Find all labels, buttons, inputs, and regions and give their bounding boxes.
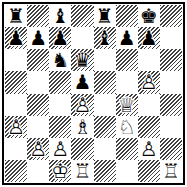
square-a8[interactable]: ♜ (5, 5, 27, 27)
piece-black-rook: ♜ (5, 5, 27, 27)
piece-white-rook: ♖ (71, 160, 93, 182)
square-b6[interactable] (27, 49, 49, 71)
piece-white-queen-fill: ♛ (116, 94, 138, 116)
square-h7[interactable] (160, 27, 182, 49)
piece-black-knight: ♞ (49, 49, 71, 71)
square-b7[interactable]: ♟ (27, 27, 49, 49)
piece-black-pawn: ♟ (138, 27, 160, 49)
piece-black-bishop: ♝ (94, 27, 116, 49)
square-f3[interactable]: ♞♘ (116, 116, 138, 138)
square-h4[interactable] (160, 94, 182, 116)
square-c1[interactable]: ♚♔ (49, 160, 71, 182)
square-f1[interactable] (116, 160, 138, 182)
square-e1[interactable] (94, 160, 116, 182)
square-h5[interactable] (160, 71, 182, 93)
piece-black-pawn: ♟ (5, 27, 27, 49)
piece-white-pawn-fill: ♟ (27, 138, 49, 160)
square-c8[interactable]: ♝ (49, 5, 71, 27)
square-b5[interactable] (27, 71, 49, 93)
square-e3[interactable] (94, 116, 116, 138)
piece-black-king: ♚ (138, 5, 160, 27)
square-c6[interactable]: ♞ (49, 49, 71, 71)
square-e7[interactable]: ♝ (94, 27, 116, 49)
square-g4[interactable] (138, 94, 160, 116)
piece-white-pawn: ♙ (49, 138, 71, 160)
square-f4[interactable]: ♛♕ (116, 94, 138, 116)
square-e6[interactable] (94, 49, 116, 71)
piece-white-bishop: ♗ (71, 116, 93, 138)
square-d2[interactable] (71, 138, 93, 160)
piece-white-pawn: ♙ (138, 71, 160, 93)
piece-black-pawn: ♟ (27, 27, 49, 49)
piece-white-king: ♔ (49, 160, 71, 182)
piece-white-knight-fill: ♞ (116, 116, 138, 138)
piece-white-bishop-fill: ♝ (71, 116, 93, 138)
piece-white-rook-fill: ♜ (160, 160, 182, 182)
square-e8[interactable]: ♜ (94, 5, 116, 27)
square-h8[interactable] (160, 5, 182, 27)
square-a6[interactable] (5, 49, 27, 71)
square-b3[interactable] (27, 116, 49, 138)
square-d8[interactable] (71, 5, 93, 27)
square-c4[interactable] (49, 94, 71, 116)
piece-white-pawn: ♙ (5, 116, 27, 138)
piece-black-pawn: ♟ (116, 27, 138, 49)
piece-white-pawn-fill: ♟ (71, 94, 93, 116)
square-e2[interactable] (94, 138, 116, 160)
square-a4[interactable] (5, 94, 27, 116)
square-b2[interactable]: ♟♙ (27, 138, 49, 160)
square-a1[interactable] (5, 160, 27, 182)
square-g6[interactable] (138, 49, 160, 71)
piece-white-queen: ♕ (116, 94, 138, 116)
square-c2[interactable]: ♟♙ (49, 138, 71, 160)
piece-black-bishop: ♝ (49, 5, 71, 27)
square-b4[interactable] (27, 94, 49, 116)
square-g7[interactable]: ♟ (138, 27, 160, 49)
square-d1[interactable]: ♜♖ (71, 160, 93, 182)
square-g5[interactable]: ♟♙ (138, 71, 160, 93)
chess-board: ♜♝♜♚♟♟♟♝♟♟♞♛♟♟♙♟♙♛♕♟♙♝♗♞♘♟♙♟♙♟♙♚♔♜♖♜♖ (5, 5, 182, 182)
piece-white-rook-fill: ♜ (71, 160, 93, 182)
square-b1[interactable] (27, 160, 49, 182)
square-c3[interactable] (49, 116, 71, 138)
square-f5[interactable] (116, 71, 138, 93)
piece-white-king-fill: ♚ (49, 160, 71, 182)
square-b8[interactable] (27, 5, 49, 27)
piece-white-pawn: ♙ (27, 138, 49, 160)
piece-white-pawn: ♙ (138, 138, 160, 160)
piece-white-pawn: ♙ (71, 94, 93, 116)
square-g3[interactable] (138, 116, 160, 138)
piece-white-pawn-fill: ♟ (5, 116, 27, 138)
square-a7[interactable]: ♟ (5, 27, 27, 49)
piece-white-rook: ♖ (160, 160, 182, 182)
square-d7[interactable] (71, 27, 93, 49)
piece-white-pawn-fill: ♟ (138, 138, 160, 160)
piece-black-pawn: ♟ (49, 27, 71, 49)
square-d3[interactable]: ♝♗ (71, 116, 93, 138)
square-c7[interactable]: ♟ (49, 27, 71, 49)
piece-black-pawn: ♟ (71, 71, 93, 93)
piece-white-pawn-fill: ♟ (49, 138, 71, 160)
square-g2[interactable]: ♟♙ (138, 138, 160, 160)
square-f8[interactable] (116, 5, 138, 27)
piece-white-pawn-fill: ♟ (138, 71, 160, 93)
piece-white-knight: ♘ (116, 116, 138, 138)
square-c5[interactable] (49, 71, 71, 93)
square-a2[interactable] (5, 138, 27, 160)
square-d6[interactable]: ♛ (71, 49, 93, 71)
square-d4[interactable]: ♟♙ (71, 94, 93, 116)
square-a3[interactable]: ♟♙ (5, 116, 27, 138)
square-h2[interactable] (160, 138, 182, 160)
board-frame: ♜♝♜♚♟♟♟♝♟♟♞♛♟♟♙♟♙♛♕♟♙♝♗♞♘♟♙♟♙♟♙♚♔♜♖♜♖ (2, 2, 185, 185)
square-e5[interactable] (94, 71, 116, 93)
square-a5[interactable] (5, 71, 27, 93)
square-h1[interactable]: ♜♖ (160, 160, 182, 182)
square-f2[interactable] (116, 138, 138, 160)
square-g8[interactable]: ♚ (138, 5, 160, 27)
square-f7[interactable]: ♟ (116, 27, 138, 49)
square-h3[interactable] (160, 116, 182, 138)
square-h6[interactable] (160, 49, 182, 71)
square-d5[interactable]: ♟ (71, 71, 93, 93)
piece-black-rook: ♜ (94, 5, 116, 27)
square-e4[interactable] (94, 94, 116, 116)
square-g1[interactable] (138, 160, 160, 182)
square-f6[interactable] (116, 49, 138, 71)
piece-black-queen: ♛ (71, 49, 93, 71)
